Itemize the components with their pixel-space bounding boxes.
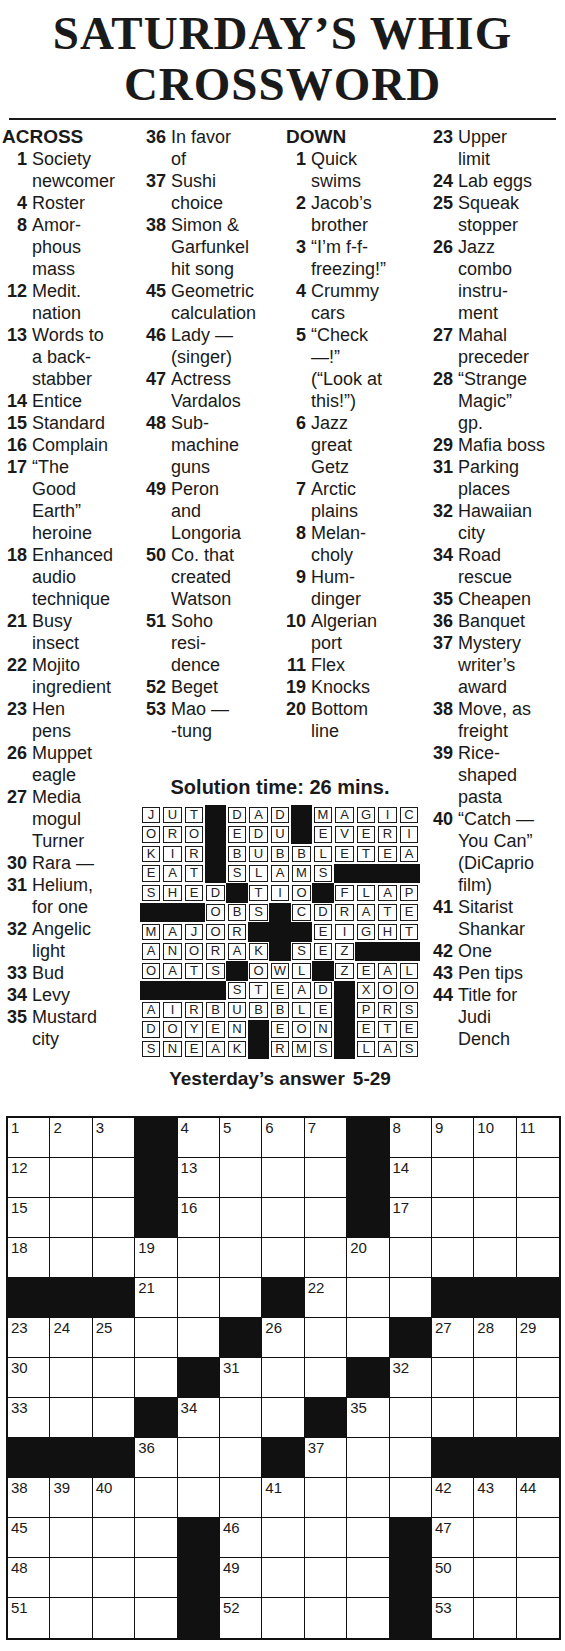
solution-cell-r3c9: L [314, 846, 333, 863]
grid-cell-r2c12[interactable] [474, 1158, 516, 1198]
clue-text: “I’m f-f- freezing!” [311, 236, 386, 280]
grid-cell-r10c9[interactable] [347, 1478, 389, 1518]
yesterday-solution-box: Solution time: 26 mins. JUTDADMAGICOROED… [137, 776, 423, 1090]
grid-cell-r10c12[interactable]: 43 [474, 1478, 516, 1518]
grid-cell-r1c3[interactable]: 3 [93, 1118, 135, 1158]
clue-col3-20: 20Bottom line [270, 698, 415, 742]
grid-cell-r4c2[interactable] [50, 1238, 92, 1278]
grid-cell-r12c12[interactable] [474, 1558, 516, 1598]
grid-cell-r13c2[interactable] [50, 1598, 92, 1638]
grid-cell-r12c6[interactable]: 49 [220, 1558, 262, 1598]
grid-cell-r4c4[interactable]: 19 [135, 1238, 177, 1278]
clue-col4-43: 43Pen tips [415, 962, 565, 984]
clue-text: Quick swims [311, 148, 361, 192]
grid-cell-r10c6[interactable] [220, 1478, 262, 1518]
grid-cell-r3c6[interactable] [220, 1198, 262, 1238]
grid-cell-number: 30 [8, 1358, 49, 1375]
grid-cell-r7c8[interactable] [305, 1358, 347, 1398]
grid-cell-r11c9[interactable] [347, 1518, 389, 1558]
grid-cell-r6c12[interactable]: 28 [474, 1318, 516, 1358]
grid-cell-r12c3[interactable] [93, 1558, 135, 1598]
puzzle-title-line1: SATURDAY’S WHIG [0, 8, 565, 59]
grid-cell-r2c4 [135, 1158, 177, 1198]
solution-cell-r6c4: O [206, 904, 225, 921]
solution-cell-r13c8: M [292, 1041, 311, 1058]
clue-number: 4 [270, 280, 311, 324]
grid-cell-r2c10[interactable]: 14 [390, 1158, 432, 1198]
grid-cell-r10c13[interactable]: 44 [517, 1478, 559, 1518]
grid-cell-r2c3[interactable] [93, 1158, 135, 1198]
grid-cell-r9c3 [93, 1438, 135, 1478]
clue-col2-45: 45Geometric calculation [133, 280, 270, 324]
clue-col4-40: 40“Catch — You Can” (DiCaprio film) [415, 808, 565, 896]
grid-cell-r1c11[interactable]: 9 [432, 1118, 474, 1158]
solution-cell-r13c12: A [378, 1041, 397, 1058]
grid-cell-r12c2[interactable] [50, 1558, 92, 1598]
grid-cell-r4c13[interactable] [517, 1238, 559, 1278]
clue-number: 33 [2, 962, 32, 984]
grid-cell-r6c3[interactable]: 25 [93, 1318, 135, 1358]
clue-text: Complain [32, 434, 108, 456]
grid-cell-r2c11[interactable] [432, 1158, 474, 1198]
grid-cell-r11c3[interactable] [93, 1518, 135, 1558]
solution-cell-r5c7: I [271, 885, 290, 902]
solution-cell-r12c1: D [142, 1021, 161, 1038]
solution-cell-r5c12: A [378, 885, 397, 902]
grid-cell-r3c7[interactable] [262, 1198, 304, 1238]
solution-cell-r12c12: T [378, 1021, 397, 1038]
grid-cell-r6c8[interactable] [305, 1318, 347, 1358]
grid-cell-r5c6[interactable] [220, 1278, 262, 1318]
grid-cell-r1c2[interactable]: 2 [50, 1118, 92, 1158]
clue-col2-36: 36In favor of [133, 126, 270, 170]
main-grid: 1234567891011121314151617181920212223242… [6, 1116, 561, 1640]
clue-col2-49: 49Peron and Longoria [133, 478, 270, 544]
clue-text: Helium, for one [32, 874, 93, 918]
yesterday-answer-label: Yesterday’s answer [169, 1068, 345, 1089]
grid-cell-r3c3[interactable] [93, 1198, 135, 1238]
clue-col3-5: 5“Check —!” (“Look at this!”) [270, 324, 415, 412]
clue-text: Mojito ingredient [32, 654, 111, 698]
solution-cell-r3c6: U [249, 846, 268, 863]
grid-cell-r11c12[interactable] [474, 1518, 516, 1558]
solution-cell-r6c10: R [335, 904, 354, 921]
grid-cell-r6c2[interactable]: 24 [50, 1318, 92, 1358]
clue-text: Squeak stopper [458, 192, 519, 236]
grid-cell-r1c13[interactable]: 11 [517, 1118, 559, 1158]
clue-col4-42: 42One [415, 940, 565, 962]
solution-cell-r9c2: A [163, 963, 182, 980]
solution-cell-r8c1: A [142, 943, 161, 960]
grid-cell-r7c7[interactable] [262, 1358, 304, 1398]
clue-text: Sushi choice [171, 170, 223, 214]
clue-col1-21: 21Busy insect [2, 610, 133, 654]
solution-cell-r10c11: X [357, 982, 376, 999]
grid-cell-r12c4[interactable] [135, 1558, 177, 1598]
solution-cell-r4c13 [398, 864, 420, 884]
clue-number: 52 [133, 676, 171, 698]
grid-cell-number: 17 [390, 1198, 431, 1215]
solution-cell-r4c8: M [292, 865, 311, 882]
grid-cell-r4c11[interactable] [432, 1238, 474, 1278]
clue-col3-6: 6Jazz great Getz [270, 412, 415, 478]
grid-cell-r1c7[interactable]: 6 [262, 1118, 304, 1158]
clue-number: 38 [133, 214, 171, 280]
grid-cell-r3c9 [347, 1198, 389, 1238]
grid-cell-r7c10[interactable]: 32 [390, 1358, 432, 1398]
grid-cell-r12c13[interactable] [517, 1558, 559, 1598]
solution-cell-r9c3: T [185, 963, 204, 980]
grid-cell-r7c6[interactable]: 31 [220, 1358, 262, 1398]
clue-number: 18 [2, 544, 32, 610]
clue-number: 16 [2, 434, 32, 456]
grid-cell-r6c4[interactable] [135, 1318, 177, 1358]
clue-col2-38: 38Simon & Garfunkel hit song [133, 214, 270, 280]
grid-cell-r9c4[interactable]: 36 [135, 1438, 177, 1478]
grid-cell-r5c10[interactable] [390, 1278, 432, 1318]
grid-cell-r7c4[interactable] [135, 1358, 177, 1398]
clue-text: Jazz combo instru- ment [458, 236, 512, 324]
clue-col1-22: 22Mojito ingredient [2, 654, 133, 698]
clue-text: Flex [311, 654, 345, 676]
grid-cell-r8c12[interactable] [474, 1398, 516, 1438]
clue-col1-23: 23Hen pens [2, 698, 133, 742]
grid-cell-r12c7[interactable] [262, 1558, 304, 1598]
grid-cell-r13c11[interactable]: 53 [432, 1598, 474, 1638]
grid-cell-r9c10[interactable] [390, 1438, 432, 1478]
grid-cell-r2c6[interactable] [220, 1158, 262, 1198]
clue-number: 37 [415, 632, 458, 698]
clue-number: 49 [133, 478, 171, 544]
grid-cell-r10c5[interactable] [178, 1478, 220, 1518]
clue-text: Jazz great Getz [311, 412, 352, 478]
grid-cell-r7c1[interactable]: 30 [8, 1358, 50, 1398]
solution-cell-r1c2: U [163, 807, 182, 824]
grid-cell-number: 18 [8, 1238, 49, 1255]
solution-cell-r5c2: H [163, 885, 182, 902]
clue-number: 36 [415, 610, 458, 632]
solution-cell-r6c2 [162, 903, 184, 923]
clue-text: Mustard city [32, 1006, 97, 1050]
grid-cell-number: 24 [50, 1318, 91, 1335]
clue-text: Algerian port [311, 610, 377, 654]
clue-text: “Check —!” (“Look at this!”) [311, 324, 382, 412]
grid-cell-r10c7[interactable]: 41 [262, 1478, 304, 1518]
grid-cell-r11c2[interactable] [50, 1518, 92, 1558]
solution-cell-r4c1: E [142, 865, 161, 882]
grid-cell-r11c13[interactable] [517, 1518, 559, 1558]
solution-cell-r2c2: R [163, 826, 182, 843]
grid-cell-number: 32 [390, 1358, 431, 1375]
grid-cell-r3c10[interactable]: 17 [390, 1198, 432, 1238]
clue-col2-50: 50Co. that created Watson [133, 544, 270, 610]
clue-text: Beget [171, 676, 218, 698]
grid-cell-r4c8[interactable] [305, 1238, 347, 1278]
grid-cell-r6c5[interactable] [178, 1318, 220, 1358]
grid-cell-r9c5[interactable] [178, 1438, 220, 1478]
grid-cell-r4c3[interactable] [93, 1238, 135, 1278]
clue-col1-18: 18Enhanced audio technique [2, 544, 133, 610]
grid-cell-r5c8[interactable]: 22 [305, 1278, 347, 1318]
grid-cell-r1c5[interactable]: 4 [178, 1118, 220, 1158]
grid-cell-r10c8[interactable] [305, 1478, 347, 1518]
grid-cell-r8c1[interactable]: 33 [8, 1398, 50, 1438]
grid-cell-r11c6[interactable]: 46 [220, 1518, 262, 1558]
clue-text: In favor of [171, 126, 231, 170]
grid-cell-r2c8[interactable] [305, 1158, 347, 1198]
grid-cell-r11c10 [390, 1518, 432, 1558]
grid-cell-r7c3[interactable] [93, 1358, 135, 1398]
grid-cell-number: 49 [220, 1558, 261, 1575]
grid-cell-number: 51 [8, 1598, 49, 1615]
grid-cell-r1c10[interactable]: 8 [390, 1118, 432, 1158]
grid-cell-r4c5[interactable] [178, 1238, 220, 1278]
clue-text: Hawaiian city [458, 500, 532, 544]
clue-col1-31: 31Helium, for one [2, 874, 133, 918]
solution-cell-r7c8 [291, 922, 313, 942]
solution-cell-r2c1: O [142, 826, 161, 843]
solution-cell-r7c4: O [206, 924, 225, 941]
grid-cell-r11c11[interactable]: 47 [432, 1518, 474, 1558]
solution-cell-r1c1: J [142, 807, 161, 824]
clue-text: “The Good Earth” heroine [32, 456, 92, 544]
grid-cell-r1c1[interactable]: 1 [8, 1118, 50, 1158]
grid-cell-r10c11[interactable]: 42 [432, 1478, 474, 1518]
grid-cell-r13c7[interactable] [262, 1598, 304, 1638]
solution-cell-r10c12: O [378, 982, 397, 999]
solution-cell-r13c2: N [163, 1041, 182, 1058]
clue-col2-37: 37Sushi choice [133, 170, 270, 214]
clue-col4-31: 31Parking places [415, 456, 565, 500]
grid-cell-r6c1[interactable]: 23 [8, 1318, 50, 1358]
solution-time-label: Solution time: 26 mins. [137, 776, 423, 798]
solution-cell-r3c10: E [335, 846, 354, 863]
grid-cell-r11c4[interactable] [135, 1518, 177, 1558]
grid-cell-r10c2[interactable]: 39 [50, 1478, 92, 1518]
grid-cell-r3c13[interactable] [517, 1198, 559, 1238]
grid-cell-r7c2[interactable] [50, 1358, 92, 1398]
grid-cell-r1c6[interactable]: 5 [220, 1118, 262, 1158]
grid-cell-r3c1[interactable]: 15 [8, 1198, 50, 1238]
down-clue-list-1: 1Quick swims2Jacob’s brother3“I’m f-f- f… [270, 148, 415, 742]
grid-cell-r8c8 [305, 1398, 347, 1438]
grid-cell-r9c8[interactable]: 37 [305, 1438, 347, 1478]
yesterday-answer-date: 5-29 [353, 1068, 391, 1089]
grid-cell-number: 7 [305, 1118, 346, 1135]
clue-col2-47: 47Actress Vardalos [133, 368, 270, 412]
clue-number: 20 [270, 698, 311, 742]
grid-cell-r10c3[interactable]: 40 [93, 1478, 135, 1518]
grid-cell-r12c9[interactable] [347, 1558, 389, 1598]
clue-number: 1 [270, 148, 311, 192]
grid-cell-r13c8[interactable] [305, 1598, 347, 1638]
grid-cell-r9c9[interactable] [347, 1438, 389, 1478]
solution-cell-r6c8: C [292, 904, 311, 921]
grid-cell-r9c6[interactable] [220, 1438, 262, 1478]
grid-cell-r13c9[interactable] [347, 1598, 389, 1638]
clue-number: 32 [415, 500, 458, 544]
grid-cell-r12c5 [178, 1558, 220, 1598]
grid-cell-r5c9[interactable] [347, 1278, 389, 1318]
grid-cell-r10c10[interactable] [390, 1478, 432, 1518]
grid-cell-r12c11[interactable]: 50 [432, 1558, 474, 1598]
solution-cell-r7c2: A [163, 924, 182, 941]
solution-cell-r9c7: W [271, 963, 290, 980]
solution-cell-r2c7: U [271, 826, 290, 843]
solution-cell-r11c8: L [292, 1002, 311, 1019]
clue-text: Medit. nation [32, 280, 81, 324]
grid-cell-r7c11[interactable] [432, 1358, 474, 1398]
grid-cell-r2c2[interactable] [50, 1158, 92, 1198]
grid-cell-number: 34 [178, 1398, 219, 1415]
solution-cell-r7c3: J [185, 924, 204, 941]
grid-cell-r12c8[interactable] [305, 1558, 347, 1598]
clue-col1-26: 26Muppet eagle [2, 742, 133, 786]
grid-cell-r3c2[interactable] [50, 1198, 92, 1238]
clue-text: Arctic plains [311, 478, 358, 522]
clue-text: Title for Judi Dench [458, 984, 517, 1050]
clue-text: Bottom line [311, 698, 368, 742]
grid-cell-r4c10[interactable] [390, 1238, 432, 1278]
grid-cell-r8c6[interactable] [220, 1398, 262, 1438]
clue-number: 21 [2, 610, 32, 654]
solution-cell-r3c8: B [292, 846, 311, 863]
grid-cell-r13c12[interactable] [474, 1598, 516, 1638]
grid-cell-r6c7[interactable]: 26 [262, 1318, 304, 1358]
clue-number: 45 [133, 280, 171, 324]
grid-cell-number: 3 [93, 1118, 134, 1135]
grid-cell-r5c5[interactable] [178, 1278, 220, 1318]
puzzle-title: SATURDAY’S WHIG CROSSWORD [0, 0, 565, 110]
clue-text: Media mogul Turner [32, 786, 84, 852]
grid-cell-r8c3[interactable] [93, 1398, 135, 1438]
grid-cell-r10c1[interactable]: 38 [8, 1478, 50, 1518]
grid-cell-r8c10[interactable] [390, 1398, 432, 1438]
solution-cell-r8c13 [398, 942, 420, 962]
solution-cell-r11c11: P [357, 1002, 376, 1019]
grid-cell-r7c13[interactable] [517, 1358, 559, 1398]
clue-text: Banquet [458, 610, 525, 632]
grid-cell-r8c5[interactable]: 34 [178, 1398, 220, 1438]
clue-number: 35 [415, 588, 458, 610]
grid-cell-r2c7[interactable] [262, 1158, 304, 1198]
solution-cell-r6c1 [140, 903, 162, 923]
grid-cell-r13c3[interactable] [93, 1598, 135, 1638]
grid-cell-r4c1[interactable]: 18 [8, 1238, 50, 1278]
solution-cell-r10c6: T [249, 982, 268, 999]
grid-cell-r13c4[interactable] [135, 1598, 177, 1638]
grid-cell-r11c7[interactable] [262, 1518, 304, 1558]
clue-column-down-1: DOWN 1Quick swims2Jacob’s brother3“I’m f… [270, 126, 415, 742]
clue-text: Busy insect [32, 610, 79, 654]
grid-cell-r11c1[interactable]: 45 [8, 1518, 50, 1558]
clue-col1-27: 27Media mogul Turner [2, 786, 133, 852]
solution-cell-r12c3: Y [185, 1021, 204, 1038]
grid-cell-number: 28 [474, 1318, 515, 1335]
solution-cell-r1c8 [291, 805, 313, 825]
grid-cell-number: 8 [390, 1118, 431, 1135]
grid-cell-r4c7[interactable] [262, 1238, 304, 1278]
grid-cell-r6c11[interactable]: 27 [432, 1318, 474, 1358]
grid-cell-r9c11 [432, 1438, 474, 1478]
grid-cell-r3c8[interactable] [305, 1198, 347, 1238]
clue-number: 31 [2, 874, 32, 918]
grid-cell-r2c5[interactable]: 13 [178, 1158, 220, 1198]
grid-cell-r2c13[interactable] [517, 1158, 559, 1198]
solution-cell-r2c12: R [378, 826, 397, 843]
grid-cell-r4c12[interactable] [474, 1238, 516, 1278]
clues-area: ACROSS 1Society newcomer4Roster8Amor- ph… [0, 124, 565, 1114]
grid-cell-r13c1[interactable]: 51 [8, 1598, 50, 1638]
solution-cell-r3c3: R [185, 846, 204, 863]
grid-cell-r1c8[interactable]: 7 [305, 1118, 347, 1158]
clue-number: 48 [133, 412, 171, 478]
grid-cell-r3c5[interactable]: 16 [178, 1198, 220, 1238]
solution-cell-r4c6: L [249, 865, 268, 882]
solution-cell-r8c7 [269, 942, 291, 962]
grid-cell-r13c6[interactable]: 52 [220, 1598, 262, 1638]
clue-text: Mafia boss [458, 434, 545, 456]
grid-cell-r2c1[interactable]: 12 [8, 1158, 50, 1198]
grid-cell-r8c9[interactable]: 35 [347, 1398, 389, 1438]
clue-text: Rara — [32, 852, 94, 874]
grid-cell-r6c9[interactable] [347, 1318, 389, 1358]
solution-cell-r5c13: P [400, 885, 419, 902]
grid-cell-r7c12[interactable] [474, 1358, 516, 1398]
solution-cell-r6c7 [269, 903, 291, 923]
grid-cell-r3c12[interactable] [474, 1198, 516, 1238]
solution-cell-r12c9: N [314, 1021, 333, 1038]
clue-text: “Catch — You Can” (DiCaprio film) [458, 808, 534, 896]
grid-cell-number: 1 [8, 1118, 49, 1135]
grid-cell-r8c2[interactable] [50, 1398, 92, 1438]
clue-number: 47 [133, 368, 171, 412]
grid-cell-r5c12 [474, 1278, 516, 1318]
clue-number: 8 [270, 522, 311, 566]
down-heading: DOWN [286, 126, 415, 148]
grid-cell-r5c4[interactable]: 21 [135, 1278, 177, 1318]
clue-number: 9 [270, 566, 311, 610]
clue-col3-2: 2Jacob’s brother [270, 192, 415, 236]
grid-cell-r12c1[interactable]: 48 [8, 1558, 50, 1598]
grid-cell-r8c11[interactable] [432, 1398, 474, 1438]
solution-cell-r7c11: G [357, 924, 376, 941]
grid-cell-r13c13[interactable] [517, 1598, 559, 1638]
clue-number: 23 [415, 126, 458, 170]
solution-cell-r10c8: A [292, 982, 311, 999]
grid-cell-r1c12[interactable]: 10 [474, 1118, 516, 1158]
solution-cell-r13c1: S [142, 1041, 161, 1058]
grid-cell-r10c4[interactable] [135, 1478, 177, 1518]
clue-text: Lady — (singer) [171, 324, 233, 368]
grid-cell-r4c9[interactable]: 20 [347, 1238, 389, 1278]
grid-cell-r11c8[interactable] [305, 1518, 347, 1558]
grid-cell-r5c2 [50, 1278, 92, 1318]
solution-cell-r13c11: L [357, 1041, 376, 1058]
grid-cell-r2c9 [347, 1158, 389, 1198]
grid-cell-r6c6 [220, 1318, 262, 1358]
grid-cell-r4c6[interactable] [220, 1238, 262, 1278]
grid-cell-r3c11[interactable] [432, 1198, 474, 1238]
grid-cell-r8c13[interactable] [517, 1398, 559, 1438]
grid-cell-r6c13[interactable]: 29 [517, 1318, 559, 1358]
solution-cell-r6c5: B [228, 904, 247, 921]
clue-number: 36 [133, 126, 171, 170]
grid-cell-r8c7[interactable] [262, 1398, 304, 1438]
grid-cell-number: 13 [178, 1158, 219, 1175]
grid-cell-number: 35 [347, 1398, 388, 1415]
grid-cell-r9c2 [50, 1438, 92, 1478]
